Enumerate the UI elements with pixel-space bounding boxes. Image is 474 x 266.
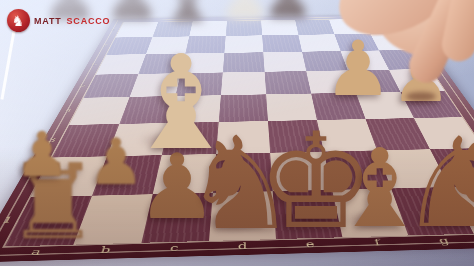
fingertip-shadow	[406, 92, 436, 101]
channel-logo: ♞ MATT SCACCO	[7, 9, 110, 32]
logo-text-primary: MATT	[34, 16, 62, 26]
video-frame: abcdefgh12345678 ♟♟♝♟♟ ♜♟♟♟♝♞♚♝♞♟♟ ♞ MAT…	[0, 0, 474, 266]
logo-text-secondary: SCACCO	[67, 16, 111, 26]
hand	[0, 0, 474, 266]
logo-knight-icon: ♞	[7, 9, 30, 32]
